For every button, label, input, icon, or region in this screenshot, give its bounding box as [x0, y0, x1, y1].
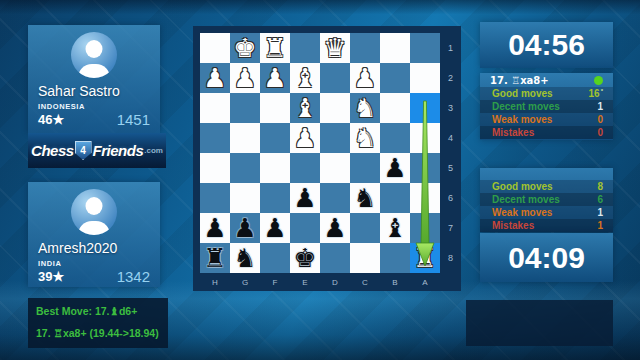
square-d8[interactable] — [320, 243, 350, 273]
best-move-panel: Best Move: 17.♝d6+ 17. ♖xa8+ (19.44->18.… — [28, 298, 168, 348]
file-label-b: B — [380, 273, 410, 291]
white-piece-r-icon: ♜ — [260, 33, 290, 63]
file-label-g: G — [230, 273, 260, 291]
black-piece-p-icon: ♟ — [380, 153, 410, 183]
status-dot-icon — [594, 76, 603, 85]
file-label-a: A — [410, 273, 440, 291]
black-piece-n-icon: ♞ — [350, 183, 380, 213]
logo-shield-icon: 4 — [75, 141, 92, 160]
square-c1[interactable] — [350, 33, 380, 63]
square-g4[interactable] — [230, 123, 260, 153]
player-rating: 1451 — [117, 111, 150, 128]
square-a7[interactable] — [410, 213, 440, 243]
player-stars: 46★ — [38, 112, 64, 127]
avatar — [71, 189, 117, 235]
file-label-e: E — [290, 273, 320, 291]
stat-row-decent: Decent moves6 — [480, 193, 613, 206]
player-card-top: Sahar Sastro INDONESIA 46★ 1451 — [28, 25, 160, 133]
square-b4[interactable] — [380, 123, 410, 153]
file-labels: HGFEDCBA — [200, 273, 440, 291]
white-piece-b-icon: ♝ — [290, 93, 320, 123]
square-a6[interactable] — [410, 183, 440, 213]
square-f8[interactable] — [260, 243, 290, 273]
white-piece-p-icon: ♟ — [200, 63, 230, 93]
square-a2[interactable] — [410, 63, 440, 93]
square-c3[interactable]: ♞ — [350, 93, 380, 123]
square-d2[interactable] — [320, 63, 350, 93]
square-g2[interactable]: ♟ — [230, 63, 260, 93]
logo-chess-text: Chess — [31, 142, 74, 159]
square-c6[interactable]: ♞ — [350, 183, 380, 213]
square-b6[interactable] — [380, 183, 410, 213]
square-h7[interactable]: ♟ — [200, 213, 230, 243]
square-a5[interactable] — [410, 153, 440, 183]
square-b1[interactable] — [380, 33, 410, 63]
board-squares: ♚♜♛♟♟♟♝♟♝♞♟♞♟♟♞♟♟♟♟♝♜♞♚♜ — [200, 33, 440, 273]
rank-label-6: 6 — [440, 183, 461, 213]
player-name: Amresh2020 — [38, 240, 117, 256]
stat-row-weak: Weak moves1 — [480, 206, 613, 219]
rank-label-5: 5 — [440, 153, 461, 183]
square-f4[interactable] — [260, 123, 290, 153]
stat-row-decent: Decent moves1 — [480, 100, 613, 113]
move-quality-panel-bottom: Good moves8 Decent moves6 Weak moves1 Mi… — [480, 168, 613, 232]
square-a1[interactable] — [410, 33, 440, 63]
stat-row-mistakes: Mistakes1 — [480, 219, 613, 232]
square-f5[interactable] — [260, 153, 290, 183]
square-b7[interactable]: ♝ — [380, 213, 410, 243]
rank-label-2: 2 — [440, 63, 461, 93]
square-e3[interactable]: ♝ — [290, 93, 320, 123]
clock-top: 04:56 — [480, 22, 613, 68]
stat-row-weak: Weak moves0 — [480, 113, 613, 126]
white-piece-r-icon: ♜ — [410, 243, 440, 273]
black-piece-p-icon: ♟ — [260, 213, 290, 243]
white-piece-p-icon: ♟ — [260, 63, 290, 93]
square-e2[interactable]: ♝ — [290, 63, 320, 93]
black-piece-k-icon: ♚ — [290, 243, 320, 273]
square-f6[interactable] — [260, 183, 290, 213]
square-h1[interactable] — [200, 33, 230, 63]
square-a4[interactable] — [410, 123, 440, 153]
square-a3[interactable] — [410, 93, 440, 123]
logo-com-text: .com — [144, 146, 163, 155]
file-label-c: C — [350, 273, 380, 291]
square-d1[interactable]: ♛ — [320, 33, 350, 63]
square-e8[interactable]: ♚ — [290, 243, 320, 273]
best-move-line: Best Move: 17.♝d6+ — [36, 305, 137, 317]
square-c5[interactable] — [350, 153, 380, 183]
white-piece-p-icon: ♟ — [350, 63, 380, 93]
square-c8[interactable] — [350, 243, 380, 273]
white-piece-n-icon: ♞ — [350, 123, 380, 153]
square-f7[interactable]: ♟ — [260, 213, 290, 243]
square-g7[interactable]: ♟ — [230, 213, 260, 243]
square-c7[interactable] — [350, 213, 380, 243]
avatar — [71, 32, 117, 78]
square-d4[interactable] — [320, 123, 350, 153]
logo-friends-text: Friends — [93, 142, 144, 159]
square-a8[interactable]: ♜ — [410, 243, 440, 273]
square-g6[interactable] — [230, 183, 260, 213]
square-g8[interactable]: ♞ — [230, 243, 260, 273]
played-move-eval-line: 17. ♖xa8+ (19.44->18.94) — [36, 327, 159, 339]
square-h3[interactable] — [200, 93, 230, 123]
info-panel-empty — [466, 300, 613, 346]
square-e6[interactable]: ♟ — [290, 183, 320, 213]
move-quality-panel-top: 17. ♖xa8+ Good moves16* Decent moves1 We… — [480, 73, 613, 140]
square-b5[interactable]: ♟ — [380, 153, 410, 183]
square-g3[interactable] — [230, 93, 260, 123]
avatar-torso-icon — [78, 221, 110, 235]
square-d5[interactable] — [320, 153, 350, 183]
square-h6[interactable] — [200, 183, 230, 213]
square-f1[interactable]: ♜ — [260, 33, 290, 63]
player-name: Sahar Sastro — [38, 83, 120, 99]
black-piece-p-icon: ♟ — [320, 213, 350, 243]
black-piece-p-icon: ♟ — [290, 183, 320, 213]
black-piece-b-icon: ♝ — [380, 213, 410, 243]
black-piece-p-icon: ♟ — [200, 213, 230, 243]
file-label-f: F — [260, 273, 290, 291]
square-e7[interactable] — [290, 213, 320, 243]
square-e4[interactable]: ♟ — [290, 123, 320, 153]
white-piece-q-icon: ♛ — [320, 33, 350, 63]
player-stars: 39★ — [38, 269, 64, 284]
square-e1[interactable] — [290, 33, 320, 63]
white-piece-b-icon: ♝ — [290, 63, 320, 93]
white-piece-k-icon: ♚ — [230, 33, 260, 63]
last-move-label: 17. ♖xa8+ — [490, 75, 549, 86]
stat-row-good: Good moves8 — [480, 180, 613, 193]
rank-label-3: 3 — [440, 93, 461, 123]
logo-band: Chess4Friends.com — [28, 133, 166, 168]
square-f2[interactable]: ♟ — [260, 63, 290, 93]
black-piece-n-icon: ♞ — [230, 243, 260, 273]
square-b3[interactable] — [380, 93, 410, 123]
white-piece-p-icon: ♟ — [230, 63, 260, 93]
square-d7[interactable]: ♟ — [320, 213, 350, 243]
black-piece-p-icon: ♟ — [230, 213, 260, 243]
player-rating: 1342 — [117, 268, 150, 285]
stat-row-good: Good moves16* — [480, 87, 613, 100]
square-h8[interactable]: ♜ — [200, 243, 230, 273]
rank-label-4: 4 — [440, 123, 461, 153]
white-piece-p-icon: ♟ — [290, 123, 320, 153]
square-h5[interactable] — [200, 153, 230, 183]
square-e5[interactable] — [290, 153, 320, 183]
black-piece-r-icon: ♜ — [200, 243, 230, 273]
square-f3[interactable] — [260, 93, 290, 123]
chess-board: ♚♜♛♟♟♟♝♟♝♞♟♞♟♟♞♟♟♟♟♝♜♞♚♜ 12345678 HGFEDC… — [193, 26, 461, 291]
file-label-h: H — [200, 273, 230, 291]
square-b2[interactable] — [380, 63, 410, 93]
rank-label-7: 7 — [440, 213, 461, 243]
white-piece-n-icon: ♞ — [350, 93, 380, 123]
avatar-head-icon — [86, 197, 103, 215]
rank-label-1: 1 — [440, 33, 461, 63]
stat-row-mistakes: Mistakes0 — [480, 126, 613, 139]
square-g1[interactable]: ♚ — [230, 33, 260, 63]
square-h2[interactable]: ♟ — [200, 63, 230, 93]
square-d6[interactable] — [320, 183, 350, 213]
square-b8[interactable] — [380, 243, 410, 273]
clock-bottom: 04:09 — [480, 233, 613, 282]
square-d3[interactable] — [320, 93, 350, 123]
rank-label-8: 8 — [440, 243, 461, 273]
app-window: Sahar Sastro INDONESIA 46★ 1451 Chess4Fr… — [0, 0, 640, 360]
avatar-torso-icon — [78, 64, 110, 78]
square-h4[interactable] — [200, 123, 230, 153]
player-country: INDIA — [38, 259, 61, 268]
player-country: INDONESIA — [38, 102, 85, 111]
rank-labels: 12345678 — [440, 33, 461, 273]
file-label-d: D — [320, 273, 350, 291]
square-c2[interactable]: ♟ — [350, 63, 380, 93]
square-g5[interactable] — [230, 153, 260, 183]
player-card-bottom: Amresh2020 INDIA 39★ 1342 — [28, 182, 160, 287]
square-c4[interactable]: ♞ — [350, 123, 380, 153]
avatar-head-icon — [86, 40, 103, 58]
